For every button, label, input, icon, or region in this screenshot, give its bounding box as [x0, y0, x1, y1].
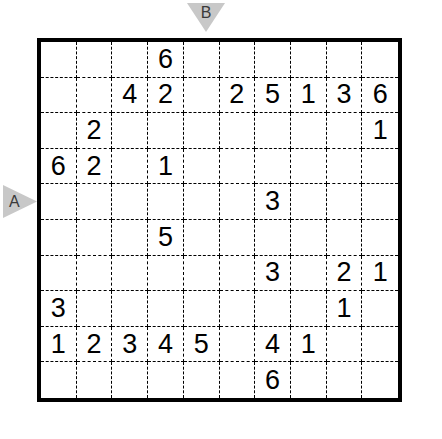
answer-marker-b-label: B — [201, 5, 212, 21]
cell-r9c4[interactable]: 4 — [148, 327, 184, 363]
cell-r5c7[interactable]: 3 — [255, 184, 291, 220]
cell-r4c1[interactable]: 6 — [41, 149, 77, 185]
cell-r2c5[interactable] — [184, 78, 220, 114]
cell-r7c7[interactable]: 3 — [255, 256, 291, 292]
cell-r8c1[interactable]: 3 — [41, 291, 77, 327]
cell-r4c9[interactable] — [327, 149, 363, 185]
cell-r8c10[interactable] — [362, 291, 398, 327]
cell-r2c8[interactable]: 1 — [291, 78, 327, 114]
cell-r2c2[interactable] — [77, 78, 113, 114]
cell-r10c2[interactable] — [77, 362, 113, 398]
cell-r1c4[interactable]: 6 — [148, 42, 184, 78]
cell-r1c8[interactable] — [291, 42, 327, 78]
cell-r8c7[interactable] — [255, 291, 291, 327]
cell-r10c3[interactable] — [112, 362, 148, 398]
cell-r10c9[interactable] — [327, 362, 363, 398]
cell-r10c1[interactable] — [41, 362, 77, 398]
cell-r4c10[interactable] — [362, 149, 398, 185]
cell-r6c1[interactable] — [41, 220, 77, 256]
cell-r8c6[interactable] — [220, 291, 256, 327]
cell-r9c1[interactable]: 1 — [41, 327, 77, 363]
cell-r8c9[interactable]: 1 — [327, 291, 363, 327]
cell-r2c7[interactable]: 5 — [255, 78, 291, 114]
cell-r8c8[interactable] — [291, 291, 327, 327]
cell-r10c8[interactable] — [291, 362, 327, 398]
cell-r6c10[interactable] — [362, 220, 398, 256]
cell-r3c8[interactable] — [291, 113, 327, 149]
cell-r7c9[interactable]: 2 — [327, 256, 363, 292]
cell-r10c5[interactable] — [184, 362, 220, 398]
cell-r8c4[interactable] — [148, 291, 184, 327]
cell-r1c6[interactable] — [220, 42, 256, 78]
cell-r5c9[interactable] — [327, 184, 363, 220]
cell-r4c6[interactable] — [220, 149, 256, 185]
cell-r9c8[interactable]: 1 — [291, 327, 327, 363]
cell-r7c1[interactable] — [41, 256, 77, 292]
cell-r7c8[interactable] — [291, 256, 327, 292]
cell-r9c2[interactable]: 2 — [77, 327, 113, 363]
answer-marker-col-b: B — [187, 3, 225, 32]
cell-r4c2[interactable]: 2 — [77, 149, 113, 185]
cell-r2c6[interactable]: 2 — [220, 78, 256, 114]
answer-marker-a-label: A — [9, 194, 20, 210]
cell-r5c4[interactable] — [148, 184, 184, 220]
cell-r9c9[interactable] — [327, 327, 363, 363]
cell-r3c10[interactable]: 1 — [362, 113, 398, 149]
cell-r6c7[interactable] — [255, 220, 291, 256]
puzzle-grid: 6422513621621353213112345416 — [41, 42, 398, 398]
cell-r9c6[interactable] — [220, 327, 256, 363]
cell-r8c3[interactable] — [112, 291, 148, 327]
cell-r10c10[interactable] — [362, 362, 398, 398]
cell-r3c4[interactable] — [148, 113, 184, 149]
cell-r2c1[interactable] — [41, 78, 77, 114]
cell-r5c6[interactable] — [220, 184, 256, 220]
cell-r5c5[interactable] — [184, 184, 220, 220]
cell-r1c3[interactable] — [112, 42, 148, 78]
cell-r4c4[interactable]: 1 — [148, 149, 184, 185]
cell-r6c8[interactable] — [291, 220, 327, 256]
cell-r5c2[interactable] — [77, 184, 113, 220]
cell-r6c5[interactable] — [184, 220, 220, 256]
cell-r8c5[interactable] — [184, 291, 220, 327]
cell-r6c6[interactable] — [220, 220, 256, 256]
cell-r3c6[interactable] — [220, 113, 256, 149]
cell-r2c4[interactable]: 2 — [148, 78, 184, 114]
cell-r7c2[interactable] — [77, 256, 113, 292]
cell-r3c3[interactable] — [112, 113, 148, 149]
cell-r7c5[interactable] — [184, 256, 220, 292]
cell-r4c8[interactable] — [291, 149, 327, 185]
cell-r5c10[interactable] — [362, 184, 398, 220]
cell-r1c5[interactable] — [184, 42, 220, 78]
answer-marker-row-a: A — [3, 185, 37, 218]
cell-r3c2[interactable]: 2 — [77, 113, 113, 149]
cell-r1c2[interactable] — [77, 42, 113, 78]
cell-r1c9[interactable] — [327, 42, 363, 78]
cell-r9c10[interactable] — [362, 327, 398, 363]
cell-r10c6[interactable] — [220, 362, 256, 398]
cell-r2c9[interactable]: 3 — [327, 78, 363, 114]
cell-r10c7[interactable]: 6 — [255, 362, 291, 398]
cell-r5c8[interactable] — [291, 184, 327, 220]
cell-r9c7[interactable]: 4 — [255, 327, 291, 363]
cell-r6c3[interactable] — [112, 220, 148, 256]
cell-r5c3[interactable] — [112, 184, 148, 220]
cell-r2c10[interactable]: 6 — [362, 78, 398, 114]
cell-r1c1[interactable] — [41, 42, 77, 78]
cell-r9c5[interactable]: 5 — [184, 327, 220, 363]
cell-r6c9[interactable] — [327, 220, 363, 256]
cell-r5c1[interactable] — [41, 184, 77, 220]
cell-r4c3[interactable] — [112, 149, 148, 185]
cell-r3c1[interactable] — [41, 113, 77, 149]
cell-r9c3[interactable]: 3 — [112, 327, 148, 363]
cell-r1c10[interactable] — [362, 42, 398, 78]
cell-r3c9[interactable] — [327, 113, 363, 149]
cell-r2c3[interactable]: 4 — [112, 78, 148, 114]
cell-r7c4[interactable] — [148, 256, 184, 292]
puzzle-board: 6422513621621353213112345416 — [37, 38, 402, 402]
cell-r4c5[interactable] — [184, 149, 220, 185]
cell-r4c7[interactable] — [255, 149, 291, 185]
cell-r3c5[interactable] — [184, 113, 220, 149]
cell-r6c2[interactable] — [77, 220, 113, 256]
cell-r10c4[interactable] — [148, 362, 184, 398]
cell-r1c7[interactable] — [255, 42, 291, 78]
cell-r8c2[interactable] — [77, 291, 113, 327]
cell-r3c7[interactable] — [255, 113, 291, 149]
cell-r7c3[interactable] — [112, 256, 148, 292]
cell-r6c4[interactable]: 5 — [148, 220, 184, 256]
cell-r7c6[interactable] — [220, 256, 256, 292]
cell-r7c10[interactable]: 1 — [362, 256, 398, 292]
